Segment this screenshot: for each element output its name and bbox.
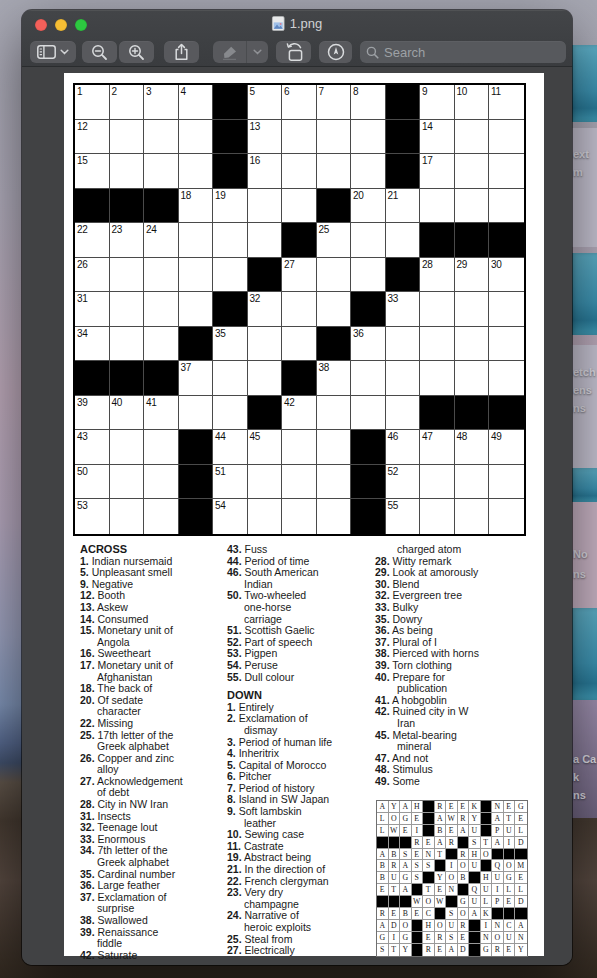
grid-cell (282, 292, 317, 327)
black-cell (386, 154, 421, 189)
clue: 17. Monetary unit of Afghanistan (80, 660, 222, 683)
grid-cell (110, 120, 145, 155)
clue: 34. 7th letter of the Greek alphabet (80, 845, 222, 868)
grid-cell (455, 154, 490, 189)
solution-letter-cell: Q (492, 860, 504, 872)
solution-letter-cell: I (481, 920, 493, 932)
grid-cell: 35 (213, 327, 248, 362)
grid-cell (110, 430, 145, 465)
cell-number: 5 (250, 86, 255, 97)
clue-number: 8. (227, 793, 236, 805)
cell-number: 12 (77, 121, 88, 132)
clue: 4. Inheritrix (227, 748, 369, 760)
solution-letter-cell: L (377, 825, 389, 837)
clue: 39. Renaissance fiddle (80, 927, 222, 950)
solution-letter-cell: H (481, 872, 493, 884)
clue-number: 54. (227, 659, 242, 671)
solution-letter-cell: G (458, 896, 470, 908)
solution-letter-cell: G (515, 801, 527, 813)
solution-letter-cell: R (423, 944, 435, 956)
grid-cell: 45 (248, 430, 283, 465)
clue: 55. Dull colour (227, 672, 369, 684)
grid-cell (317, 430, 352, 465)
sidebar-icon (37, 45, 56, 59)
solution-letter-cell: H (469, 849, 481, 861)
grid-cell (282, 465, 317, 500)
solution-letter-cell: E (412, 813, 424, 825)
solution-letter-cell: G (377, 932, 389, 944)
clue-number: 44. (227, 555, 242, 567)
solution-letter-cell: O (400, 920, 412, 932)
solution-black-cell (435, 860, 447, 872)
fullscreen-button[interactable] (75, 19, 87, 31)
grid-cell: 55 (386, 499, 421, 534)
clue: 51. Scottish Gaelic (227, 625, 369, 637)
clue: 50. Two-wheeled one-horse carriage (227, 590, 369, 625)
window-titlebar[interactable]: 1.png (22, 10, 572, 39)
solution-letter-cell: A (469, 908, 481, 920)
cell-number: 1 (77, 86, 82, 97)
grid-cell: 32 (248, 292, 283, 327)
black-cell (489, 396, 524, 431)
black-cell (455, 223, 490, 258)
black-cell (179, 430, 214, 465)
cell-number: 30 (491, 259, 502, 270)
grid-cell (489, 361, 524, 396)
clue-number: 35. (375, 613, 390, 625)
clue-number: 1. (80, 555, 89, 567)
solution-letter-cell: U (469, 860, 481, 872)
clue-number: 47. (375, 752, 390, 764)
solution-letter-cell: O (435, 920, 447, 932)
desktop-file-label-block: etchensns (571, 345, 597, 470)
solution-letter-cell: A (435, 813, 447, 825)
black-cell (144, 361, 179, 396)
grid-cell (351, 258, 386, 293)
grid-cell (248, 189, 283, 224)
grid-cell (213, 361, 248, 396)
grid-cell (179, 396, 214, 431)
clue-number: 10. (227, 828, 242, 840)
solution-letter-cell: R (492, 944, 504, 956)
black-cell (351, 292, 386, 327)
close-button[interactable] (35, 19, 47, 31)
grid-cell: 22 (75, 223, 110, 258)
cell-number: 17 (422, 155, 433, 166)
black-cell (213, 120, 248, 155)
solution-letter-cell: E (504, 944, 516, 956)
desktop-file-label: ns (573, 789, 586, 801)
solution-letter-cell: B (435, 825, 447, 837)
grid-cell: 27 (282, 258, 317, 293)
grid-cell: 46 (386, 430, 421, 465)
chevron-down-icon (253, 49, 262, 55)
solution-letter-cell: B (400, 908, 412, 920)
solution-letter-cell: U (469, 825, 481, 837)
grid-cell (282, 189, 317, 224)
cell-number: 28 (422, 259, 433, 270)
search-input[interactable]: Search (360, 41, 566, 63)
solution-letter-cell: A (515, 920, 527, 932)
clue: 25. 17th letter of the Greek alphabet (80, 730, 222, 753)
solution-letter-cell: E (435, 884, 447, 896)
grid-cell: 10 (455, 85, 490, 120)
solution-letter-cell: S (377, 944, 389, 956)
grid-cell (317, 154, 352, 189)
clue: 23. Very dry champagne (227, 887, 369, 910)
clue-column-down: charged atom28. Witty remark29. Look at … (375, 544, 533, 787)
clue-number: 14. (80, 613, 95, 625)
search-placeholder: Search (384, 45, 425, 60)
clue-number: 29. (375, 566, 390, 578)
grid-cell (248, 465, 283, 500)
clue-number: 11. (227, 840, 241, 852)
grid-cell (317, 292, 352, 327)
grid-cell (179, 120, 214, 155)
grid-cell (248, 499, 283, 534)
clue: 42. Saturate (80, 950, 222, 962)
grid-cell (110, 499, 145, 534)
cell-number: 16 (250, 155, 261, 166)
solution-black-cell (481, 813, 493, 825)
grid-cell: 8 (351, 85, 386, 120)
solution-letter-cell: O (458, 860, 470, 872)
solution-letter-cell: N (492, 920, 504, 932)
solution-black-cell (423, 825, 435, 837)
solution-letter-cell: Q (469, 884, 481, 896)
desktop-file-icon[interactable] (571, 253, 597, 335)
solution-letter-cell: A (400, 860, 412, 872)
clue-list-header: ACROSS (80, 544, 222, 556)
grid-cell (248, 223, 283, 258)
clue-number: 23. (227, 886, 242, 898)
solution-letter-cell: C (423, 908, 435, 920)
solution-letter-cell: E (423, 837, 435, 849)
clue-list-header: DOWN (227, 690, 369, 702)
clue: 26. Copper and zinc alloy (80, 753, 222, 776)
solution-black-cell (515, 849, 527, 861)
grid-cell: 1 (75, 85, 110, 120)
clue-number: 25. (227, 933, 242, 945)
grid-cell (282, 499, 317, 534)
cell-number: 53 (77, 500, 88, 511)
grid-cell (351, 223, 386, 258)
solution-letter-cell: T (423, 884, 435, 896)
grid-cell: 4 (179, 85, 214, 120)
grid-cell: 12 (75, 120, 110, 155)
grid-cell (420, 292, 455, 327)
clue-number: 41. (375, 694, 390, 706)
clue: 2. Exclamation of dismay (227, 713, 369, 736)
cell-number: 26 (77, 259, 88, 270)
grid-cell (179, 223, 214, 258)
solution-letter-cell: E (458, 932, 470, 944)
black-cell (110, 361, 145, 396)
clue-number: 15. (80, 624, 95, 636)
clue-number: 37. (375, 636, 390, 648)
grid-cell (179, 258, 214, 293)
desktop-file-label-block: extm (571, 128, 597, 247)
solution-black-cell (458, 884, 470, 896)
grid-cell: 29 (455, 258, 490, 293)
solution-grid: AYAHREEKNEGLOGEAWRYATELWEIBEAUPULREARSTA… (376, 800, 528, 957)
grid-cell (455, 189, 490, 224)
solution-black-cell (412, 920, 424, 932)
grid-cell (489, 120, 524, 155)
black-cell (213, 85, 248, 120)
solution-letter-cell: O (504, 860, 516, 872)
grid-cell (317, 465, 352, 500)
grid-cell (489, 154, 524, 189)
grid-cell: 7 (317, 85, 352, 120)
zoom-in-button[interactable] (119, 41, 154, 63)
grid-cell (144, 327, 179, 362)
clue: 40. Prepare for publication (375, 672, 533, 695)
grid-cell (420, 499, 455, 534)
solution-letter-cell: N (423, 849, 435, 861)
zoom-out-button[interactable] (82, 41, 117, 63)
clue-column-middle: 43. Fuss44. Period of time46. South Amer… (227, 544, 369, 957)
clue-number: 42. (80, 949, 95, 961)
clue-number: 33. (80, 833, 95, 845)
cell-number: 52 (388, 466, 399, 477)
solution-letter-cell: E (515, 872, 527, 884)
solution-letter-cell: W (435, 896, 447, 908)
black-cell (282, 361, 317, 396)
solution-letter-cell: R (458, 813, 470, 825)
black-cell (213, 292, 248, 327)
solution-black-cell (492, 908, 504, 920)
cell-number: 49 (491, 431, 502, 442)
clue-number: 46. (227, 566, 242, 578)
clue: 37. Exclamation of surprise (80, 892, 222, 915)
solution-black-cell (423, 801, 435, 813)
solution-letter-cell: Y (469, 813, 481, 825)
solution-letter-cell: N (515, 932, 527, 944)
cell-number: 45 (250, 431, 261, 442)
desktop-file-label: a Ca (573, 753, 596, 765)
grid-cell: 44 (213, 430, 248, 465)
clue-number: 1. (227, 701, 236, 713)
grid-cell: 53 (75, 499, 110, 534)
black-cell (213, 154, 248, 189)
cell-number: 31 (77, 293, 88, 304)
solution-letter-cell: P (492, 825, 504, 837)
highlight-split-button (213, 41, 268, 63)
grid-cell (282, 154, 317, 189)
solution-black-cell (469, 944, 481, 956)
minimize-button[interactable] (55, 19, 67, 31)
grid-cell (489, 327, 524, 362)
solution-letter-cell: G (400, 813, 412, 825)
clue-number: 36. (375, 624, 390, 636)
clue-number: 16. (80, 647, 95, 659)
solution-letter-cell: R (458, 920, 470, 932)
clue-number: 50. (227, 589, 242, 601)
grid-cell (144, 430, 179, 465)
highlight-options-button[interactable] (247, 41, 268, 63)
clue-number: 39. (375, 659, 390, 671)
solution-letter-cell: Y (389, 801, 401, 813)
grid-cell (144, 499, 179, 534)
desktop-file-label-block: Nons (571, 502, 597, 608)
cell-number: 54 (215, 500, 226, 511)
grid-cell: 25 (317, 223, 352, 258)
solution-black-cell (446, 849, 458, 861)
black-cell (420, 223, 455, 258)
black-cell (351, 430, 386, 465)
solution-black-cell (435, 908, 447, 920)
cell-number: 35 (215, 328, 226, 339)
crossword-image: 1234567891011121314151617181920212223242… (64, 73, 544, 956)
clue-continuation: charged atom (375, 544, 533, 556)
cell-number: 22 (77, 224, 88, 235)
black-cell (179, 327, 214, 362)
clue-number: 39. (80, 926, 95, 938)
grid-cell (455, 499, 490, 534)
solution-letter-cell: H (412, 801, 424, 813)
cell-number: 24 (146, 224, 157, 235)
clue: 54. Peruse (227, 660, 369, 672)
clue: 20. Of sedate character (80, 695, 222, 718)
solution-letter-cell: G (504, 872, 516, 884)
clue-number: 22. (227, 875, 242, 887)
desktop-file-icon[interactable] (571, 45, 597, 122)
grid-cell (455, 292, 490, 327)
desktop-file-label: m (573, 166, 583, 178)
solution-letter-cell: T (481, 837, 493, 849)
clue: 36. As being (375, 625, 533, 637)
cell-number: 42 (284, 397, 295, 408)
share-button[interactable] (164, 41, 199, 63)
grid-cell (420, 361, 455, 396)
grid-cell (489, 465, 524, 500)
solution-letter-cell: I (504, 837, 516, 849)
solution-letter-cell: O (481, 849, 493, 861)
solution-black-cell (504, 908, 516, 920)
sidebar-view-button[interactable] (30, 41, 76, 63)
solution-black-cell (481, 801, 493, 813)
grid-cell: 5 (248, 85, 283, 120)
grid-cell: 31 (75, 292, 110, 327)
solution-black-cell (400, 837, 412, 849)
solution-letter-cell: W (412, 896, 424, 908)
solution-letter-cell: R (435, 801, 447, 813)
rotate-left-button[interactable] (276, 41, 311, 63)
clue-number: 48. (375, 763, 390, 775)
grid-cell (317, 499, 352, 534)
cell-number: 47 (422, 431, 433, 442)
desktop-file-label: ns (573, 568, 586, 580)
cell-number: 23 (112, 224, 123, 235)
grid-cell: 19 (213, 189, 248, 224)
black-cell (386, 120, 421, 155)
solution-letter-cell: M (515, 860, 527, 872)
solution-letter-cell: R (377, 908, 389, 920)
solution-black-cell (481, 860, 493, 872)
cell-number: 10 (457, 86, 468, 97)
cell-number: 25 (319, 224, 330, 235)
solution-letter-cell: A (435, 837, 447, 849)
cell-number: 40 (112, 397, 123, 408)
solution-letter-cell: T (389, 944, 401, 956)
black-cell (179, 499, 214, 534)
desktop-file-icon[interactable] (571, 608, 597, 700)
black-cell (317, 327, 352, 362)
clue: 39. Torn clothing (375, 660, 533, 672)
solution-letter-cell: L (515, 825, 527, 837)
black-cell (248, 396, 283, 431)
clue: 46. South American Indian (227, 567, 369, 590)
cell-number: 32 (250, 293, 261, 304)
solution-letter-cell: D (389, 920, 401, 932)
grid-cell (351, 396, 386, 431)
grid-cell: 13 (248, 120, 283, 155)
solution-letter-cell: O (446, 872, 458, 884)
cell-number: 15 (77, 155, 88, 166)
solution-letter-cell: U (446, 920, 458, 932)
grid-cell: 30 (489, 258, 524, 293)
crossword-grid: 1234567891011121314151617181920212223242… (73, 83, 526, 536)
solution-letter-cell: N (492, 801, 504, 813)
solution-black-cell (469, 932, 481, 944)
cell-number: 38 (319, 362, 330, 373)
solution-letter-cell: I (412, 825, 424, 837)
solution-letter-cell: T (389, 884, 401, 896)
solution-letter-cell: R (412, 837, 424, 849)
solution-letter-cell: L (515, 884, 527, 896)
solution-letter-cell: E (377, 884, 389, 896)
solution-black-cell (504, 849, 516, 861)
solution-black-cell (469, 920, 481, 932)
zoom-out-icon (91, 44, 108, 61)
clue-number: 28. (375, 555, 390, 567)
markup-toolbar-button[interactable] (319, 41, 352, 63)
solution-letter-cell: O (492, 932, 504, 944)
grid-cell: 41 (144, 396, 179, 431)
desktop-file-icon[interactable] (571, 468, 597, 502)
clue: 43. Fuss (227, 544, 369, 556)
grid-cell: 39 (75, 396, 110, 431)
grid-cell (144, 120, 179, 155)
cell-number: 29 (457, 259, 468, 270)
grid-cell: 3 (144, 85, 179, 120)
preview-window: 1.png (22, 10, 572, 965)
clue: 24. Narrative of heroic exploits (227, 910, 369, 933)
clue-number: 17. (80, 659, 95, 671)
desktop-icons-strip: extmetchensnsNonsa Cakns (571, 0, 597, 978)
highlight-pen-button[interactable] (213, 41, 247, 63)
cell-number: 7 (319, 86, 324, 97)
cell-number: 44 (215, 431, 226, 442)
grid-cell (386, 361, 421, 396)
solution-letter-cell: O (458, 908, 470, 920)
solution-black-cell (412, 944, 424, 956)
grid-cell (282, 430, 317, 465)
desktop-file-label: ext (573, 148, 589, 160)
solution-black-cell (492, 849, 504, 861)
solution-black-cell (469, 872, 481, 884)
cell-number: 39 (77, 397, 88, 408)
solution-letter-cell: K (481, 908, 493, 920)
grid-cell: 48 (455, 430, 490, 465)
clue-number: 9. (227, 805, 236, 817)
solution-letter-cell: R (435, 932, 447, 944)
grid-cell: 49 (489, 430, 524, 465)
cell-number: 46 (388, 431, 399, 442)
solution-black-cell (412, 932, 424, 944)
desktop-file-label: ns (573, 402, 586, 414)
